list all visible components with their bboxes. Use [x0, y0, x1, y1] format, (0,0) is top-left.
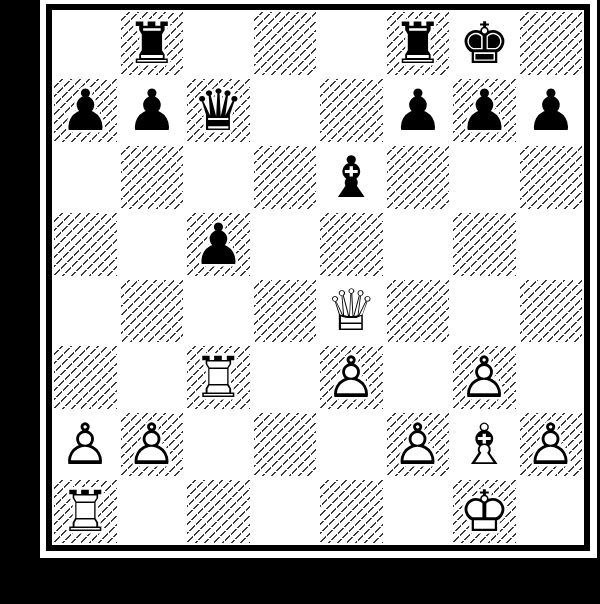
piece-black-pawn[interactable]: ♟♟ — [385, 77, 452, 144]
square-c2[interactable] — [185, 411, 252, 478]
square-a6[interactable] — [52, 144, 119, 211]
square-g5[interactable] — [451, 211, 518, 278]
square-f7[interactable]: ♟♟ — [385, 77, 452, 144]
square-g6[interactable] — [451, 144, 518, 211]
piece-white-rook[interactable]: ♜♖ — [54, 480, 117, 543]
piece-glyph: ♜ — [387, 12, 450, 75]
square-d7[interactable] — [252, 77, 319, 144]
square-c4[interactable] — [185, 278, 252, 345]
square-f8[interactable]: ♜♜ — [385, 10, 452, 77]
square-g4[interactable] — [451, 278, 518, 345]
square-b8[interactable]: ♜♜ — [119, 10, 186, 77]
square-c6[interactable] — [185, 144, 252, 211]
square-c1[interactable] — [185, 478, 252, 545]
piece-glyph: ♙ — [387, 413, 450, 476]
square-f3[interactable] — [385, 344, 452, 411]
square-c8[interactable] — [185, 10, 252, 77]
square-d8[interactable] — [252, 10, 319, 77]
piece-white-pawn[interactable]: ♟♙ — [520, 413, 583, 476]
square-a3[interactable] — [52, 344, 119, 411]
piece-white-pawn[interactable]: ♟♙ — [453, 346, 516, 409]
square-a1[interactable]: ♜♖ — [52, 478, 119, 545]
piece-glyph: ♝ — [318, 144, 385, 211]
piece-glyph: ♛ — [187, 79, 250, 142]
piece-black-pawn[interactable]: ♟♟ — [187, 213, 250, 276]
square-d6[interactable] — [252, 144, 319, 211]
square-d5[interactable] — [252, 211, 319, 278]
square-h7[interactable]: ♟♟ — [518, 77, 585, 144]
square-h2[interactable]: ♟♙ — [518, 411, 585, 478]
square-h4[interactable] — [518, 278, 585, 345]
piece-black-rook[interactable]: ♜♜ — [387, 12, 450, 75]
square-h5[interactable] — [518, 211, 585, 278]
square-g3[interactable]: ♟♙ — [451, 344, 518, 411]
square-a4[interactable] — [52, 278, 119, 345]
square-a2[interactable]: ♟♙ — [52, 411, 119, 478]
piece-glyph: ♙ — [320, 346, 383, 409]
square-f5[interactable] — [385, 211, 452, 278]
piece-glyph: ♖ — [54, 480, 117, 543]
square-e6[interactable]: ♝♝ — [318, 144, 385, 211]
square-c5[interactable]: ♟♟ — [185, 211, 252, 278]
square-d2[interactable] — [252, 411, 319, 478]
square-e4[interactable]: ♛♕ — [318, 278, 385, 345]
piece-white-pawn[interactable]: ♟♙ — [387, 413, 450, 476]
piece-glyph: ♙ — [520, 413, 583, 476]
piece-black-pawn[interactable]: ♟♟ — [54, 79, 117, 142]
square-a8[interactable] — [52, 10, 119, 77]
piece-white-pawn[interactable]: ♟♙ — [121, 413, 184, 476]
piece-white-pawn[interactable]: ♟♙ — [320, 346, 383, 409]
piece-glyph: ♔ — [453, 480, 516, 543]
square-e8[interactable] — [318, 10, 385, 77]
square-b1[interactable] — [119, 478, 186, 545]
square-f2[interactable]: ♟♙ — [385, 411, 452, 478]
board-frame: ♜♜♜♜♚♚♟♟♟♟♛♛♟♟♟♟♟♟♝♝♟♟♛♕♜♖♟♙♟♙♟♙♟♙♟♙♝♗♟♙… — [46, 4, 590, 551]
square-g7[interactable]: ♟♟ — [451, 77, 518, 144]
square-f1[interactable] — [385, 478, 452, 545]
square-c3[interactable]: ♜♖ — [185, 344, 252, 411]
square-f6[interactable] — [385, 144, 452, 211]
piece-white-rook[interactable]: ♜♖ — [187, 346, 250, 409]
piece-glyph: ♙ — [453, 346, 516, 409]
square-g1[interactable]: ♚♔ — [451, 478, 518, 545]
piece-glyph: ♚ — [451, 10, 518, 77]
piece-glyph: ♟ — [518, 77, 585, 144]
square-b2[interactable]: ♟♙ — [119, 411, 186, 478]
square-a7[interactable]: ♟♟ — [52, 77, 119, 144]
square-f4[interactable] — [385, 278, 452, 345]
square-d1[interactable] — [252, 478, 319, 545]
piece-white-king[interactable]: ♚♔ — [453, 480, 516, 543]
square-g2[interactable]: ♝♗ — [451, 411, 518, 478]
square-e7[interactable] — [318, 77, 385, 144]
piece-white-bishop[interactable]: ♝♗ — [451, 411, 518, 478]
square-b6[interactable] — [119, 144, 186, 211]
diagram-page: ♜♜♜♜♚♚♟♟♟♟♛♛♟♟♟♟♟♟♝♝♟♟♛♕♜♖♟♙♟♙♟♙♟♙♟♙♝♗♟♙… — [40, 0, 597, 558]
piece-glyph: ♜ — [121, 12, 184, 75]
piece-glyph: ♖ — [187, 346, 250, 409]
square-e3[interactable]: ♟♙ — [318, 344, 385, 411]
piece-black-king[interactable]: ♚♚ — [451, 10, 518, 77]
square-b3[interactable] — [119, 344, 186, 411]
piece-black-pawn[interactable]: ♟♟ — [453, 79, 516, 142]
square-a5[interactable] — [52, 211, 119, 278]
piece-glyph: ♟ — [453, 79, 516, 142]
piece-glyph: ♙ — [52, 411, 119, 478]
piece-black-rook[interactable]: ♜♜ — [121, 12, 184, 75]
square-h3[interactable] — [518, 344, 585, 411]
square-c7[interactable]: ♛♛ — [185, 77, 252, 144]
piece-black-pawn[interactable]: ♟♟ — [518, 77, 585, 144]
piece-glyph: ♕ — [318, 278, 385, 345]
square-e2[interactable] — [318, 411, 385, 478]
square-b4[interactable] — [119, 278, 186, 345]
square-d3[interactable] — [252, 344, 319, 411]
square-b5[interactable] — [119, 211, 186, 278]
piece-glyph: ♟ — [54, 79, 117, 142]
square-h1[interactable] — [518, 478, 585, 545]
piece-black-pawn[interactable]: ♟♟ — [119, 77, 186, 144]
square-e5[interactable] — [318, 211, 385, 278]
square-b7[interactable]: ♟♟ — [119, 77, 186, 144]
piece-black-bishop[interactable]: ♝♝ — [318, 144, 385, 211]
piece-glyph: ♟ — [187, 213, 250, 276]
piece-glyph: ♙ — [121, 413, 184, 476]
square-e1[interactable] — [318, 478, 385, 545]
piece-black-queen[interactable]: ♛♛ — [187, 79, 250, 142]
piece-white-queen[interactable]: ♛♕ — [318, 278, 385, 345]
chess-board: ♜♜♜♜♚♚♟♟♟♟♛♛♟♟♟♟♟♟♝♝♟♟♛♕♜♖♟♙♟♙♟♙♟♙♟♙♝♗♟♙… — [52, 10, 584, 545]
piece-glyph: ♟ — [119, 77, 186, 144]
square-d4[interactable] — [252, 278, 319, 345]
piece-white-pawn[interactable]: ♟♙ — [52, 411, 119, 478]
square-h6[interactable] — [518, 144, 585, 211]
square-h8[interactable] — [518, 10, 585, 77]
square-g8[interactable]: ♚♚ — [451, 10, 518, 77]
piece-glyph: ♟ — [385, 77, 452, 144]
piece-glyph: ♗ — [451, 411, 518, 478]
